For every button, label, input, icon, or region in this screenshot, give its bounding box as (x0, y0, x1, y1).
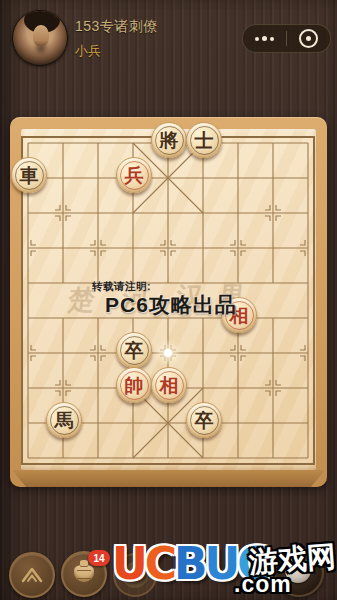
player-rank-label: 小兵 (75, 42, 158, 60)
piece-相-red[interactable]: 相 (221, 297, 257, 333)
piece-帥-red[interactable]: 帥 (116, 367, 152, 403)
piece-glyph: 將 (160, 130, 179, 149)
header: 153专诸刺僚 小兵 (0, 0, 337, 70)
xiangqi-board[interactable]: 楚河 汉界 將士車兵相卒帥相馬卒 转载请注明: PC6攻略出品 (10, 117, 327, 487)
board-grid-area: 楚河 汉界 將士車兵相卒帥相馬卒 转载请注明: PC6攻略出品 (28, 143, 308, 458)
avatar[interactable] (12, 10, 68, 66)
piece-glyph: 相 (160, 375, 179, 394)
capsule-exit-button[interactable] (287, 25, 330, 52)
three-dots-icon (255, 36, 274, 41)
piece-卒-black[interactable]: 卒 (186, 402, 222, 438)
piece-卒-black[interactable]: 卒 (116, 332, 152, 368)
piece-士-black[interactable]: 士 (186, 122, 222, 158)
app-root: 153专诸刺僚 小兵 (0, 0, 337, 600)
piece-glyph: 車 (20, 165, 39, 184)
level-title: 153专诸刺僚 (75, 18, 158, 36)
chevron-up-icon (20, 565, 44, 585)
piece-glyph: 相 (230, 305, 249, 324)
hint-count-badge: 14 (88, 550, 110, 566)
circle-dot-icon (299, 29, 318, 48)
collapse-menu-button[interactable] (9, 552, 55, 598)
piece-glyph: 馬 (55, 410, 74, 429)
piece-將-black[interactable]: 將 (151, 122, 187, 158)
piece-glyph: 士 (195, 130, 214, 149)
piece-相-red[interactable]: 相 (151, 367, 187, 403)
piece-兵-red[interactable]: 兵 (116, 157, 152, 193)
piece-glyph: 帥 (125, 375, 144, 394)
title-block: 153专诸刺僚 小兵 (75, 18, 158, 60)
money-bag-icon (74, 565, 94, 582)
miniprogram-capsule (242, 24, 331, 53)
capsule-more-button[interactable] (243, 25, 286, 52)
move-hint-dot[interactable] (163, 348, 173, 358)
toolbar-extra-button[interactable] (113, 553, 157, 597)
piece-馬-black[interactable]: 馬 (46, 402, 82, 438)
piece-glyph: 兵 (125, 165, 144, 184)
toolbar-stone-button[interactable] (274, 547, 324, 597)
piece-glyph: 卒 (195, 410, 214, 429)
piece-車-black[interactable]: 車 (11, 157, 47, 193)
piece-glyph: 卒 (125, 340, 144, 359)
hint-bag-button[interactable]: 14 (61, 551, 107, 597)
